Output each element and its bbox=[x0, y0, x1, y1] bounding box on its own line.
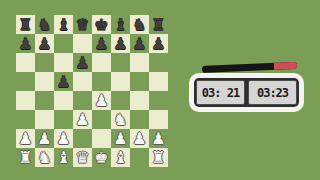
square-f5[interactable] bbox=[111, 72, 130, 91]
square-c7[interactable] bbox=[54, 34, 73, 53]
square-e3[interactable] bbox=[92, 110, 111, 129]
square-d4[interactable] bbox=[73, 91, 92, 110]
square-a2[interactable]: ♟ bbox=[16, 129, 35, 148]
piece-white-bishop-f1[interactable]: ♝ bbox=[111, 148, 130, 167]
piece-black-knight-g8[interactable]: ♞ bbox=[130, 15, 149, 34]
square-d2[interactable] bbox=[73, 129, 92, 148]
square-h1[interactable]: ♜ bbox=[149, 148, 168, 167]
right-clock-display: 03:23 bbox=[248, 80, 297, 105]
square-e6[interactable] bbox=[92, 53, 111, 72]
square-a8[interactable]: ♜ bbox=[16, 15, 35, 34]
chess-clock: 03: 21 03:23 bbox=[189, 73, 304, 112]
square-e5[interactable] bbox=[92, 72, 111, 91]
piece-white-pawn-g2[interactable]: ♟ bbox=[130, 129, 149, 148]
square-d8[interactable]: ♛ bbox=[73, 15, 92, 34]
square-b6[interactable] bbox=[35, 53, 54, 72]
piece-black-pawn-c5[interactable]: ♟ bbox=[54, 72, 73, 91]
square-h5[interactable] bbox=[149, 72, 168, 91]
square-d7[interactable] bbox=[73, 34, 92, 53]
square-d5[interactable] bbox=[73, 72, 92, 91]
piece-black-pawn-g7[interactable]: ♟ bbox=[130, 34, 149, 53]
clock-lever-red-tip-icon bbox=[274, 62, 297, 70]
piece-black-king-e8[interactable]: ♚ bbox=[92, 15, 111, 34]
square-c5[interactable]: ♟ bbox=[54, 72, 73, 91]
piece-black-pawn-f7[interactable]: ♟ bbox=[111, 34, 130, 53]
square-c8[interactable]: ♝ bbox=[54, 15, 73, 34]
square-g7[interactable]: ♟ bbox=[130, 34, 149, 53]
square-h3[interactable] bbox=[149, 110, 168, 129]
piece-white-pawn-b2[interactable]: ♟ bbox=[35, 129, 54, 148]
square-a5[interactable] bbox=[16, 72, 35, 91]
piece-black-knight-b8[interactable]: ♞ bbox=[35, 15, 54, 34]
piece-white-rook-h1[interactable]: ♜ bbox=[149, 148, 168, 167]
square-a7[interactable]: ♟ bbox=[16, 34, 35, 53]
square-e7[interactable]: ♟ bbox=[92, 34, 111, 53]
square-g6[interactable] bbox=[130, 53, 149, 72]
piece-white-pawn-a2[interactable]: ♟ bbox=[16, 129, 35, 148]
square-b1[interactable]: ♞ bbox=[35, 148, 54, 167]
piece-black-queen-d8[interactable]: ♛ bbox=[73, 15, 92, 34]
piece-white-pawn-d3[interactable]: ♟ bbox=[73, 110, 92, 129]
square-d3[interactable]: ♟ bbox=[73, 110, 92, 129]
square-f7[interactable]: ♟ bbox=[111, 34, 130, 53]
square-a1[interactable]: ♜ bbox=[16, 148, 35, 167]
square-b2[interactable]: ♟ bbox=[35, 129, 54, 148]
square-e1[interactable]: ♚ bbox=[92, 148, 111, 167]
square-g5[interactable] bbox=[130, 72, 149, 91]
piece-white-knight-f3[interactable]: ♞ bbox=[111, 110, 130, 129]
square-d6[interactable]: ♟ bbox=[73, 53, 92, 72]
piece-white-bishop-c1[interactable]: ♝ bbox=[54, 148, 73, 167]
square-c3[interactable] bbox=[54, 110, 73, 129]
square-g3[interactable] bbox=[130, 110, 149, 129]
piece-black-pawn-a7[interactable]: ♟ bbox=[16, 34, 35, 53]
square-h4[interactable] bbox=[149, 91, 168, 110]
square-c6[interactable] bbox=[54, 53, 73, 72]
piece-black-pawn-b7[interactable]: ♟ bbox=[35, 34, 54, 53]
square-d1[interactable]: ♛ bbox=[73, 148, 92, 167]
square-f3[interactable]: ♞ bbox=[111, 110, 130, 129]
square-e4[interactable]: ♟ bbox=[92, 91, 111, 110]
left-clock-display: 03: 21 bbox=[196, 80, 245, 105]
piece-black-rook-a8[interactable]: ♜ bbox=[16, 15, 35, 34]
square-h8[interactable]: ♜ bbox=[149, 15, 168, 34]
square-f4[interactable] bbox=[111, 91, 130, 110]
square-a6[interactable] bbox=[16, 53, 35, 72]
piece-white-queen-d1[interactable]: ♛ bbox=[73, 148, 92, 167]
piece-white-pawn-f2[interactable]: ♟ bbox=[111, 129, 130, 148]
piece-white-pawn-c2[interactable]: ♟ bbox=[54, 129, 73, 148]
square-b8[interactable]: ♞ bbox=[35, 15, 54, 34]
square-g4[interactable] bbox=[130, 91, 149, 110]
piece-black-pawn-d6[interactable]: ♟ bbox=[73, 53, 92, 72]
square-g1[interactable] bbox=[130, 148, 149, 167]
piece-black-pawn-e7[interactable]: ♟ bbox=[92, 34, 111, 53]
square-f6[interactable] bbox=[111, 53, 130, 72]
square-c4[interactable] bbox=[54, 91, 73, 110]
square-b7[interactable]: ♟ bbox=[35, 34, 54, 53]
piece-white-pawn-h2[interactable]: ♟ bbox=[149, 129, 168, 148]
square-f1[interactable]: ♝ bbox=[111, 148, 130, 167]
square-c2[interactable]: ♟ bbox=[54, 129, 73, 148]
clock-frame: 03: 21 03:23 bbox=[194, 78, 299, 107]
square-e8[interactable]: ♚ bbox=[92, 15, 111, 34]
square-a4[interactable] bbox=[16, 91, 35, 110]
piece-black-pawn-h7[interactable]: ♟ bbox=[149, 34, 168, 53]
piece-white-rook-a1[interactable]: ♜ bbox=[16, 148, 35, 167]
piece-black-rook-h8[interactable]: ♜ bbox=[149, 15, 168, 34]
square-a3[interactable] bbox=[16, 110, 35, 129]
square-h2[interactable]: ♟ bbox=[149, 129, 168, 148]
clock-lever-icon bbox=[202, 62, 297, 73]
chess-board[interactable]: ♜♞♝♛♚♝♞♜♟♟♟♟♟♟♟♟♟♟♞♟♟♟♟♟♟♜♞♝♛♚♝♜ bbox=[16, 15, 168, 167]
square-e2[interactable] bbox=[92, 129, 111, 148]
square-g8[interactable]: ♞ bbox=[130, 15, 149, 34]
square-c1[interactable]: ♝ bbox=[54, 148, 73, 167]
square-b5[interactable] bbox=[35, 72, 54, 91]
square-f2[interactable]: ♟ bbox=[111, 129, 130, 148]
square-h6[interactable] bbox=[149, 53, 168, 72]
piece-white-king-e1[interactable]: ♚ bbox=[92, 148, 111, 167]
square-f8[interactable]: ♝ bbox=[111, 15, 130, 34]
square-b3[interactable] bbox=[35, 110, 54, 129]
square-h7[interactable]: ♟ bbox=[149, 34, 168, 53]
square-b4[interactable] bbox=[35, 91, 54, 110]
piece-white-pawn-e4[interactable]: ♟ bbox=[92, 91, 111, 110]
piece-black-bishop-f8[interactable]: ♝ bbox=[111, 15, 130, 34]
piece-white-knight-b1[interactable]: ♞ bbox=[35, 148, 54, 167]
piece-black-bishop-c8[interactable]: ♝ bbox=[54, 15, 73, 34]
square-g2[interactable]: ♟ bbox=[130, 129, 149, 148]
